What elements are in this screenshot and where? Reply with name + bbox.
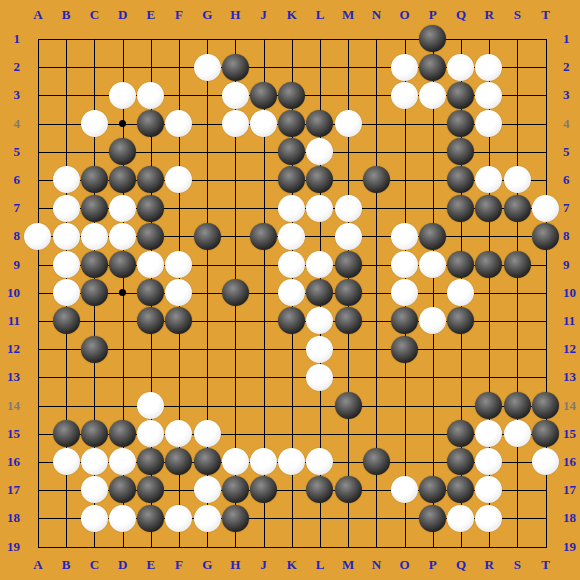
intersection-K14[interactable] <box>278 391 306 419</box>
intersection-P7[interactable] <box>419 194 447 222</box>
intersection-H8[interactable] <box>221 222 249 250</box>
intersection-J17[interactable] <box>249 476 277 504</box>
intersection-T19[interactable] <box>531 532 559 560</box>
intersection-O13[interactable] <box>390 363 418 391</box>
intersection-R10[interactable] <box>475 279 503 307</box>
intersection-H9[interactable] <box>221 250 249 278</box>
intersection-C16[interactable] <box>80 448 108 476</box>
intersection-J13[interactable] <box>249 363 277 391</box>
intersection-A6[interactable] <box>24 166 52 194</box>
intersection-F14[interactable] <box>165 391 193 419</box>
intersection-L17[interactable] <box>306 476 334 504</box>
intersection-N8[interactable] <box>362 222 390 250</box>
intersection-S10[interactable] <box>503 279 531 307</box>
intersection-A15[interactable] <box>24 420 52 448</box>
intersection-O6[interactable] <box>390 166 418 194</box>
intersection-M4[interactable] <box>334 109 362 137</box>
intersection-C15[interactable] <box>80 420 108 448</box>
intersection-B2[interactable] <box>52 53 80 81</box>
intersection-N5[interactable] <box>362 138 390 166</box>
intersection-Q16[interactable] <box>447 448 475 476</box>
intersection-B1[interactable] <box>52 25 80 53</box>
intersection-K9[interactable] <box>278 250 306 278</box>
intersection-F12[interactable] <box>165 335 193 363</box>
intersection-E9[interactable] <box>137 250 165 278</box>
intersection-S6[interactable] <box>503 166 531 194</box>
intersection-M7[interactable] <box>334 194 362 222</box>
intersection-N13[interactable] <box>362 363 390 391</box>
intersection-J10[interactable] <box>249 279 277 307</box>
intersection-F5[interactable] <box>165 138 193 166</box>
intersection-O7[interactable] <box>390 194 418 222</box>
intersection-R11[interactable] <box>475 307 503 335</box>
intersection-J9[interactable] <box>249 250 277 278</box>
intersection-R6[interactable] <box>475 166 503 194</box>
intersection-F16[interactable] <box>165 448 193 476</box>
intersection-N4[interactable] <box>362 109 390 137</box>
intersection-K8[interactable] <box>278 222 306 250</box>
intersection-B11[interactable] <box>52 307 80 335</box>
intersection-D4[interactable] <box>108 109 136 137</box>
intersection-R19[interactable] <box>475 532 503 560</box>
intersection-O2[interactable] <box>390 53 418 81</box>
intersection-Q2[interactable] <box>447 53 475 81</box>
intersection-L1[interactable] <box>306 25 334 53</box>
intersection-H3[interactable] <box>221 81 249 109</box>
intersection-P11[interactable] <box>419 307 447 335</box>
intersection-G9[interactable] <box>193 250 221 278</box>
intersection-G11[interactable] <box>193 307 221 335</box>
intersection-T8[interactable] <box>531 222 559 250</box>
intersection-M16[interactable] <box>334 448 362 476</box>
intersection-R17[interactable] <box>475 476 503 504</box>
intersection-F3[interactable] <box>165 81 193 109</box>
intersection-L13[interactable] <box>306 363 334 391</box>
intersection-D10[interactable] <box>108 279 136 307</box>
intersection-F18[interactable] <box>165 504 193 532</box>
intersection-M17[interactable] <box>334 476 362 504</box>
intersection-T10[interactable] <box>531 279 559 307</box>
intersection-T7[interactable] <box>531 194 559 222</box>
intersection-B3[interactable] <box>52 81 80 109</box>
intersection-J2[interactable] <box>249 53 277 81</box>
intersection-N11[interactable] <box>362 307 390 335</box>
intersection-B12[interactable] <box>52 335 80 363</box>
intersection-J7[interactable] <box>249 194 277 222</box>
intersection-S12[interactable] <box>503 335 531 363</box>
intersection-C11[interactable] <box>80 307 108 335</box>
intersection-D12[interactable] <box>108 335 136 363</box>
intersection-H18[interactable] <box>221 504 249 532</box>
intersection-T12[interactable] <box>531 335 559 363</box>
intersection-J3[interactable] <box>249 81 277 109</box>
intersection-O4[interactable] <box>390 109 418 137</box>
intersection-G6[interactable] <box>193 166 221 194</box>
intersection-N6[interactable] <box>362 166 390 194</box>
intersection-L12[interactable] <box>306 335 334 363</box>
intersection-O14[interactable] <box>390 391 418 419</box>
intersection-T18[interactable] <box>531 504 559 532</box>
intersection-N14[interactable] <box>362 391 390 419</box>
intersection-P13[interactable] <box>419 363 447 391</box>
intersection-G8[interactable] <box>193 222 221 250</box>
intersection-S17[interactable] <box>503 476 531 504</box>
intersection-R4[interactable] <box>475 109 503 137</box>
intersection-P5[interactable] <box>419 138 447 166</box>
intersection-Q6[interactable] <box>447 166 475 194</box>
intersection-P17[interactable] <box>419 476 447 504</box>
intersection-N10[interactable] <box>362 279 390 307</box>
intersection-P18[interactable] <box>419 504 447 532</box>
intersection-D18[interactable] <box>108 504 136 532</box>
intersection-F6[interactable] <box>165 166 193 194</box>
intersection-H13[interactable] <box>221 363 249 391</box>
intersection-A14[interactable] <box>24 391 52 419</box>
intersection-N15[interactable] <box>362 420 390 448</box>
intersection-H16[interactable] <box>221 448 249 476</box>
intersection-A17[interactable] <box>24 476 52 504</box>
intersection-G15[interactable] <box>193 420 221 448</box>
intersection-G16[interactable] <box>193 448 221 476</box>
intersection-D1[interactable] <box>108 25 136 53</box>
intersection-C5[interactable] <box>80 138 108 166</box>
intersection-N1[interactable] <box>362 25 390 53</box>
intersection-C3[interactable] <box>80 81 108 109</box>
intersection-R9[interactable] <box>475 250 503 278</box>
intersection-C18[interactable] <box>80 504 108 532</box>
intersection-E10[interactable] <box>137 279 165 307</box>
intersection-T6[interactable] <box>531 166 559 194</box>
intersection-B8[interactable] <box>52 222 80 250</box>
intersection-N3[interactable] <box>362 81 390 109</box>
intersection-O3[interactable] <box>390 81 418 109</box>
intersection-K5[interactable] <box>278 138 306 166</box>
intersection-S14[interactable] <box>503 391 531 419</box>
intersection-A19[interactable] <box>24 532 52 560</box>
intersection-E19[interactable] <box>137 532 165 560</box>
intersection-A9[interactable] <box>24 250 52 278</box>
intersection-D3[interactable] <box>108 81 136 109</box>
intersection-E16[interactable] <box>137 448 165 476</box>
intersection-J18[interactable] <box>249 504 277 532</box>
intersection-T5[interactable] <box>531 138 559 166</box>
intersection-L9[interactable] <box>306 250 334 278</box>
intersection-D15[interactable] <box>108 420 136 448</box>
intersection-O16[interactable] <box>390 448 418 476</box>
intersection-J8[interactable] <box>249 222 277 250</box>
intersection-L16[interactable] <box>306 448 334 476</box>
intersection-M9[interactable] <box>334 250 362 278</box>
intersection-H5[interactable] <box>221 138 249 166</box>
intersection-G1[interactable] <box>193 25 221 53</box>
intersection-H14[interactable] <box>221 391 249 419</box>
intersection-D6[interactable] <box>108 166 136 194</box>
intersection-R2[interactable] <box>475 53 503 81</box>
intersection-G12[interactable] <box>193 335 221 363</box>
intersection-O8[interactable] <box>390 222 418 250</box>
intersection-T3[interactable] <box>531 81 559 109</box>
intersection-L15[interactable] <box>306 420 334 448</box>
intersection-F7[interactable] <box>165 194 193 222</box>
intersection-S8[interactable] <box>503 222 531 250</box>
intersection-P12[interactable] <box>419 335 447 363</box>
intersection-K12[interactable] <box>278 335 306 363</box>
intersection-M14[interactable] <box>334 391 362 419</box>
intersection-C8[interactable] <box>80 222 108 250</box>
intersection-S15[interactable] <box>503 420 531 448</box>
intersection-T1[interactable] <box>531 25 559 53</box>
intersection-N16[interactable] <box>362 448 390 476</box>
intersection-M12[interactable] <box>334 335 362 363</box>
intersection-D8[interactable] <box>108 222 136 250</box>
intersection-M3[interactable] <box>334 81 362 109</box>
intersection-S4[interactable] <box>503 109 531 137</box>
intersection-D14[interactable] <box>108 391 136 419</box>
intersection-B17[interactable] <box>52 476 80 504</box>
intersection-F13[interactable] <box>165 363 193 391</box>
intersection-E6[interactable] <box>137 166 165 194</box>
intersection-R18[interactable] <box>475 504 503 532</box>
intersection-L14[interactable] <box>306 391 334 419</box>
intersection-C10[interactable] <box>80 279 108 307</box>
intersection-P4[interactable] <box>419 109 447 137</box>
intersection-F4[interactable] <box>165 109 193 137</box>
intersection-Q13[interactable] <box>447 363 475 391</box>
intersection-M15[interactable] <box>334 420 362 448</box>
intersection-L4[interactable] <box>306 109 334 137</box>
intersection-A8[interactable] <box>24 222 52 250</box>
intersection-J19[interactable] <box>249 532 277 560</box>
intersection-K4[interactable] <box>278 109 306 137</box>
intersection-E11[interactable] <box>137 307 165 335</box>
intersection-F1[interactable] <box>165 25 193 53</box>
intersection-S18[interactable] <box>503 504 531 532</box>
intersection-O12[interactable] <box>390 335 418 363</box>
intersection-A18[interactable] <box>24 504 52 532</box>
intersection-C12[interactable] <box>80 335 108 363</box>
intersection-R8[interactable] <box>475 222 503 250</box>
intersection-S9[interactable] <box>503 250 531 278</box>
intersection-G7[interactable] <box>193 194 221 222</box>
intersection-A11[interactable] <box>24 307 52 335</box>
intersection-A3[interactable] <box>24 81 52 109</box>
intersection-T11[interactable] <box>531 307 559 335</box>
intersection-H6[interactable] <box>221 166 249 194</box>
intersection-G4[interactable] <box>193 109 221 137</box>
intersection-N2[interactable] <box>362 53 390 81</box>
intersection-Q14[interactable] <box>447 391 475 419</box>
intersection-N17[interactable] <box>362 476 390 504</box>
intersection-C13[interactable] <box>80 363 108 391</box>
intersection-G3[interactable] <box>193 81 221 109</box>
intersection-O9[interactable] <box>390 250 418 278</box>
intersection-H7[interactable] <box>221 194 249 222</box>
intersection-K11[interactable] <box>278 307 306 335</box>
intersection-S19[interactable] <box>503 532 531 560</box>
intersection-B15[interactable] <box>52 420 80 448</box>
intersection-Q8[interactable] <box>447 222 475 250</box>
intersection-R5[interactable] <box>475 138 503 166</box>
intersection-N18[interactable] <box>362 504 390 532</box>
intersection-S1[interactable] <box>503 25 531 53</box>
intersection-B13[interactable] <box>52 363 80 391</box>
intersection-D13[interactable] <box>108 363 136 391</box>
intersection-B5[interactable] <box>52 138 80 166</box>
intersection-Q10[interactable] <box>447 279 475 307</box>
intersection-E12[interactable] <box>137 335 165 363</box>
intersection-Q11[interactable] <box>447 307 475 335</box>
intersection-B6[interactable] <box>52 166 80 194</box>
intersection-M1[interactable] <box>334 25 362 53</box>
intersection-T4[interactable] <box>531 109 559 137</box>
intersection-F9[interactable] <box>165 250 193 278</box>
intersection-J12[interactable] <box>249 335 277 363</box>
intersection-J11[interactable] <box>249 307 277 335</box>
intersection-J4[interactable] <box>249 109 277 137</box>
intersection-C2[interactable] <box>80 53 108 81</box>
intersection-O1[interactable] <box>390 25 418 53</box>
intersection-E17[interactable] <box>137 476 165 504</box>
intersection-M5[interactable] <box>334 138 362 166</box>
intersection-Q4[interactable] <box>447 109 475 137</box>
intersection-Q19[interactable] <box>447 532 475 560</box>
intersection-F19[interactable] <box>165 532 193 560</box>
intersection-Q17[interactable] <box>447 476 475 504</box>
intersection-F17[interactable] <box>165 476 193 504</box>
intersection-F11[interactable] <box>165 307 193 335</box>
intersection-P19[interactable] <box>419 532 447 560</box>
intersection-H2[interactable] <box>221 53 249 81</box>
intersection-B7[interactable] <box>52 194 80 222</box>
intersection-J1[interactable] <box>249 25 277 53</box>
intersection-B4[interactable] <box>52 109 80 137</box>
intersection-B16[interactable] <box>52 448 80 476</box>
intersection-D16[interactable] <box>108 448 136 476</box>
intersection-A12[interactable] <box>24 335 52 363</box>
intersection-M8[interactable] <box>334 222 362 250</box>
intersection-S11[interactable] <box>503 307 531 335</box>
intersection-K6[interactable] <box>278 166 306 194</box>
intersection-Q5[interactable] <box>447 138 475 166</box>
intersection-C17[interactable] <box>80 476 108 504</box>
intersection-Q18[interactable] <box>447 504 475 532</box>
intersection-O15[interactable] <box>390 420 418 448</box>
intersection-H10[interactable] <box>221 279 249 307</box>
intersection-T2[interactable] <box>531 53 559 81</box>
intersection-D11[interactable] <box>108 307 136 335</box>
intersection-G2[interactable] <box>193 53 221 81</box>
intersection-D19[interactable] <box>108 532 136 560</box>
intersection-C7[interactable] <box>80 194 108 222</box>
intersection-Q15[interactable] <box>447 420 475 448</box>
intersection-P10[interactable] <box>419 279 447 307</box>
intersection-R1[interactable] <box>475 25 503 53</box>
intersection-T14[interactable] <box>531 391 559 419</box>
intersection-S16[interactable] <box>503 448 531 476</box>
intersection-H11[interactable] <box>221 307 249 335</box>
intersection-M13[interactable] <box>334 363 362 391</box>
intersection-R13[interactable] <box>475 363 503 391</box>
intersection-T16[interactable] <box>531 448 559 476</box>
intersection-N9[interactable] <box>362 250 390 278</box>
intersection-A7[interactable] <box>24 194 52 222</box>
intersection-Q12[interactable] <box>447 335 475 363</box>
intersection-D9[interactable] <box>108 250 136 278</box>
intersection-Q3[interactable] <box>447 81 475 109</box>
intersection-A10[interactable] <box>24 279 52 307</box>
intersection-H12[interactable] <box>221 335 249 363</box>
intersection-P15[interactable] <box>419 420 447 448</box>
intersection-O11[interactable] <box>390 307 418 335</box>
intersection-C4[interactable] <box>80 109 108 137</box>
intersection-P6[interactable] <box>419 166 447 194</box>
intersection-O17[interactable] <box>390 476 418 504</box>
intersection-N19[interactable] <box>362 532 390 560</box>
intersection-J15[interactable] <box>249 420 277 448</box>
intersection-E15[interactable] <box>137 420 165 448</box>
intersection-E1[interactable] <box>137 25 165 53</box>
intersection-B9[interactable] <box>52 250 80 278</box>
intersection-F10[interactable] <box>165 279 193 307</box>
intersection-R14[interactable] <box>475 391 503 419</box>
intersection-Q9[interactable] <box>447 250 475 278</box>
intersection-L18[interactable] <box>306 504 334 532</box>
intersection-K15[interactable] <box>278 420 306 448</box>
intersection-D5[interactable] <box>108 138 136 166</box>
intersection-P2[interactable] <box>419 53 447 81</box>
intersection-A4[interactable] <box>24 109 52 137</box>
intersection-K18[interactable] <box>278 504 306 532</box>
intersection-Q7[interactable] <box>447 194 475 222</box>
intersection-P1[interactable] <box>419 25 447 53</box>
intersection-L6[interactable] <box>306 166 334 194</box>
intersection-B18[interactable] <box>52 504 80 532</box>
intersection-T13[interactable] <box>531 363 559 391</box>
intersection-R16[interactable] <box>475 448 503 476</box>
intersection-P16[interactable] <box>419 448 447 476</box>
intersection-A1[interactable] <box>24 25 52 53</box>
intersection-M11[interactable] <box>334 307 362 335</box>
intersection-D2[interactable] <box>108 53 136 81</box>
intersection-A16[interactable] <box>24 448 52 476</box>
intersection-S5[interactable] <box>503 138 531 166</box>
intersection-K17[interactable] <box>278 476 306 504</box>
intersection-C9[interactable] <box>80 250 108 278</box>
intersection-H17[interactable] <box>221 476 249 504</box>
intersection-O5[interactable] <box>390 138 418 166</box>
intersection-H15[interactable] <box>221 420 249 448</box>
intersection-S2[interactable] <box>503 53 531 81</box>
intersection-P8[interactable] <box>419 222 447 250</box>
intersection-G18[interactable] <box>193 504 221 532</box>
intersection-E13[interactable] <box>137 363 165 391</box>
intersection-P3[interactable] <box>419 81 447 109</box>
intersection-N7[interactable] <box>362 194 390 222</box>
intersection-M6[interactable] <box>334 166 362 194</box>
intersection-L19[interactable] <box>306 532 334 560</box>
intersection-G17[interactable] <box>193 476 221 504</box>
intersection-G14[interactable] <box>193 391 221 419</box>
intersection-S13[interactable] <box>503 363 531 391</box>
intersection-B19[interactable] <box>52 532 80 560</box>
intersection-K1[interactable] <box>278 25 306 53</box>
intersection-E8[interactable] <box>137 222 165 250</box>
intersection-L5[interactable] <box>306 138 334 166</box>
intersection-C14[interactable] <box>80 391 108 419</box>
intersection-M10[interactable] <box>334 279 362 307</box>
intersection-G13[interactable] <box>193 363 221 391</box>
intersection-P9[interactable] <box>419 250 447 278</box>
